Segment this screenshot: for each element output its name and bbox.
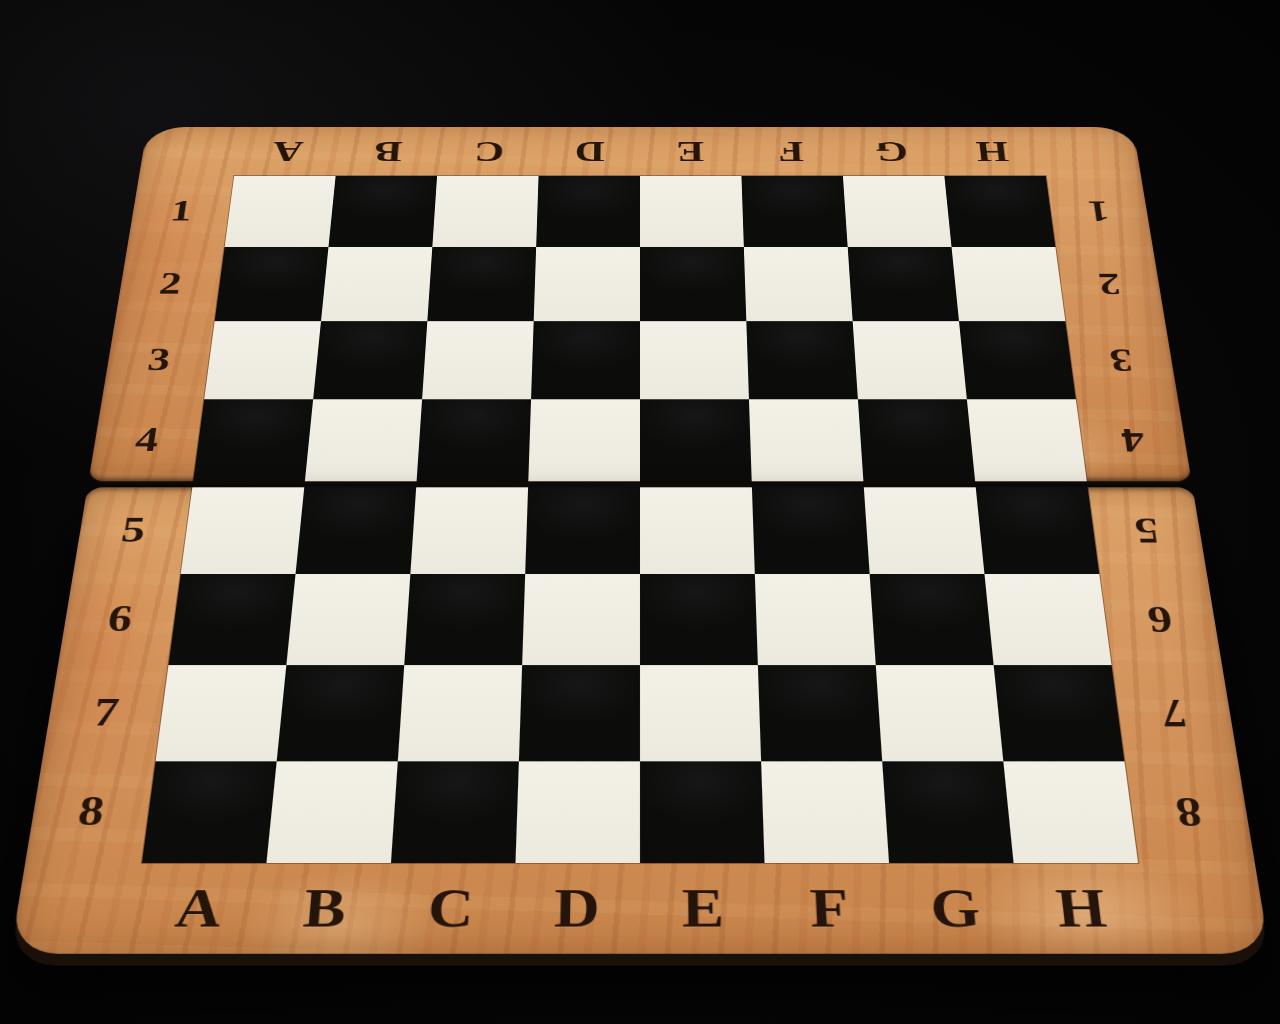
square-b8 (266, 761, 397, 863)
file-label-top-f: F (740, 127, 843, 176)
square-c6 (404, 574, 525, 665)
square-c2 (427, 247, 536, 321)
rank-label-right-2: 2 (1055, 247, 1165, 321)
square-g3 (853, 321, 967, 399)
square-d7 (519, 665, 640, 761)
square-b6 (286, 574, 410, 665)
square-d1 (536, 176, 640, 247)
file-label-top-g: G (840, 127, 945, 176)
rank-label-left-2: 2 (115, 247, 225, 321)
file-labels-bottom: ABCDEFGH (130, 863, 1151, 954)
square-a2 (215, 247, 329, 321)
square-g5 (864, 487, 985, 574)
file-label-bottom-a: A (130, 863, 267, 954)
file-label-top-b: B (336, 127, 441, 176)
square-c7 (398, 665, 522, 761)
square-f8 (761, 761, 889, 863)
square-c5 (410, 487, 528, 574)
square-h7 (994, 665, 1125, 761)
file-label-bottom-e: E (640, 863, 768, 954)
square-e8 (640, 761, 765, 863)
square-h5 (976, 487, 1100, 574)
board-grid-ranks-1-4 (193, 176, 1087, 481)
square-f6 (755, 574, 876, 665)
square-b5 (296, 487, 417, 574)
square-b1 (328, 176, 437, 247)
file-label-bottom-c: C (385, 863, 516, 954)
square-e3 (640, 321, 749, 399)
board-top-half: ABCDEFGH 1234 1234 (88, 127, 1191, 481)
square-e2 (640, 247, 746, 321)
square-g6 (870, 574, 994, 665)
square-a5 (181, 487, 305, 574)
file-label-top-d: D (539, 127, 640, 176)
square-a4 (193, 399, 313, 481)
square-d2 (534, 247, 640, 321)
square-h3 (959, 321, 1076, 399)
file-label-bottom-b: B (257, 863, 391, 954)
rank-label-left-1: 1 (127, 176, 234, 247)
file-label-top-a: A (234, 127, 340, 176)
square-d8 (515, 761, 640, 863)
square-d4 (528, 399, 640, 481)
photo-background: ABCDEFGH 1234 1234 5678 5678 ABCDEFGH (0, 0, 1280, 1024)
rank-label-right-8: 8 (1124, 761, 1254, 863)
square-f4 (749, 399, 863, 481)
square-e7 (640, 665, 761, 761)
square-a1 (225, 176, 336, 247)
rank-label-right-5: 5 (1088, 487, 1207, 574)
square-e1 (640, 176, 744, 247)
square-d3 (531, 321, 640, 399)
rank-label-left-8: 8 (25, 761, 155, 863)
square-h6 (984, 574, 1111, 665)
square-b4 (305, 399, 422, 481)
square-a6 (168, 574, 295, 665)
square-g7 (876, 665, 1004, 761)
square-c8 (391, 761, 519, 863)
rank-label-left-4: 4 (88, 399, 204, 481)
square-f1 (741, 176, 847, 247)
rank-label-right-3: 3 (1065, 321, 1178, 399)
square-g2 (848, 247, 959, 321)
rank-label-left-7: 7 (42, 665, 168, 761)
square-a3 (204, 321, 321, 399)
square-f5 (752, 487, 870, 574)
square-e5 (640, 487, 755, 574)
file-labels-top: ABCDEFGH (234, 127, 1046, 176)
rank-label-right-4: 4 (1076, 399, 1192, 481)
file-label-top-h: H (939, 127, 1045, 176)
square-d5 (525, 487, 640, 574)
square-d6 (522, 574, 640, 665)
board-bottom-half: 5678 5678 ABCDEFGH (10, 487, 1270, 953)
square-c1 (432, 176, 538, 247)
file-label-bottom-h: H (1014, 863, 1151, 954)
square-h1 (944, 176, 1055, 247)
square-b3 (313, 321, 427, 399)
square-g1 (843, 176, 952, 247)
rank-label-right-6: 6 (1099, 574, 1222, 665)
square-g4 (858, 399, 975, 481)
rank-label-left-3: 3 (102, 321, 215, 399)
square-c4 (417, 399, 531, 481)
square-f2 (744, 247, 853, 321)
square-h2 (952, 247, 1066, 321)
square-b7 (277, 665, 405, 761)
rank-label-left-5: 5 (73, 487, 192, 574)
chessboard: ABCDEFGH 1234 1234 5678 5678 ABCDEFGH (10, 127, 1270, 954)
rank-label-left-6: 6 (58, 574, 181, 665)
file-label-bottom-g: G (889, 863, 1023, 954)
rank-label-right-1: 1 (1046, 176, 1153, 247)
rank-label-right-7: 7 (1112, 665, 1238, 761)
square-e6 (640, 574, 758, 665)
square-e4 (640, 399, 752, 481)
board-grid-ranks-5-8 (142, 487, 1138, 863)
square-a7 (156, 665, 287, 761)
square-b2 (321, 247, 432, 321)
file-label-top-e: E (640, 127, 741, 176)
file-label-bottom-d: D (512, 863, 640, 954)
square-h4 (967, 399, 1087, 481)
square-f3 (746, 321, 858, 399)
square-a8 (142, 761, 277, 863)
square-c3 (422, 321, 534, 399)
file-label-bottom-f: F (765, 863, 896, 954)
square-f7 (758, 665, 882, 761)
square-g8 (882, 761, 1013, 863)
file-label-top-c: C (437, 127, 540, 176)
square-h8 (1003, 761, 1138, 863)
